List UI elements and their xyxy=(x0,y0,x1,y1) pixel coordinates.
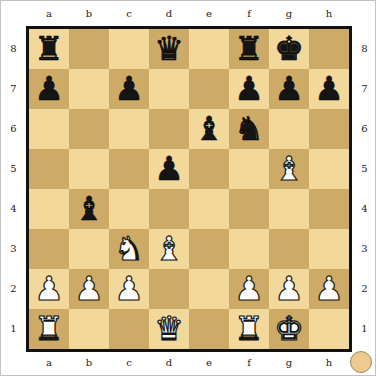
square-f7[interactable]: ♟ xyxy=(229,69,269,109)
piece-white-rook-f1[interactable]: ♜ xyxy=(229,309,269,349)
rank-label-5: 5 xyxy=(1,149,26,189)
rank-label-4: 4 xyxy=(352,189,376,229)
square-c5[interactable] xyxy=(109,149,149,189)
file-label-f: f xyxy=(229,351,269,375)
square-f2[interactable]: ♟ xyxy=(229,269,269,309)
square-f5[interactable] xyxy=(229,149,269,189)
file-labels-top: abcdefgh xyxy=(29,1,349,26)
piece-black-pawn-g7[interactable]: ♟ xyxy=(269,69,309,109)
square-e6[interactable]: ♝ xyxy=(189,109,229,149)
rank-label-5: 5 xyxy=(352,149,376,189)
file-label-e: e xyxy=(189,351,229,375)
piece-white-queen-d1[interactable]: ♛ xyxy=(149,309,189,349)
square-g1[interactable]: ♚ xyxy=(269,309,309,349)
file-label-b: b xyxy=(69,1,109,26)
square-d4[interactable] xyxy=(149,189,189,229)
piece-black-queen-d8[interactable]: ♛ xyxy=(149,29,189,69)
square-f4[interactable] xyxy=(229,189,269,229)
square-a1[interactable]: ♜ xyxy=(29,309,69,349)
rank-label-6: 6 xyxy=(352,109,376,149)
square-c8[interactable] xyxy=(109,29,149,69)
square-a2[interactable]: ♟ xyxy=(29,269,69,309)
square-d6[interactable] xyxy=(149,109,189,149)
square-b7[interactable] xyxy=(69,69,109,109)
square-h4[interactable] xyxy=(309,189,349,229)
square-h3[interactable] xyxy=(309,229,349,269)
square-a8[interactable]: ♜ xyxy=(29,29,69,69)
piece-black-bishop-b4[interactable]: ♝ xyxy=(69,189,109,229)
piece-black-king-g8[interactable]: ♚ xyxy=(269,29,309,69)
piece-black-pawn-c7[interactable]: ♟ xyxy=(109,69,149,109)
piece-white-pawn-h2[interactable]: ♟ xyxy=(309,269,349,309)
square-h8[interactable] xyxy=(309,29,349,69)
file-label-c: c xyxy=(109,1,149,26)
piece-white-pawn-g2[interactable]: ♟ xyxy=(269,269,309,309)
square-f1[interactable]: ♜ xyxy=(229,309,269,349)
square-c3[interactable]: ♞ xyxy=(109,229,149,269)
chess-diagram: abcdefgh 87654321 ♜♛♜♚♟♟♟♟♟♝♞♟♝♝♞♝♟♟♟♟♟♟… xyxy=(0,0,376,376)
square-g3[interactable] xyxy=(269,229,309,269)
rank-label-1: 1 xyxy=(352,309,376,349)
piece-black-pawn-d5[interactable]: ♟ xyxy=(149,149,189,189)
square-b1[interactable] xyxy=(69,309,109,349)
rank-label-6: 6 xyxy=(1,109,26,149)
square-g8[interactable]: ♚ xyxy=(269,29,309,69)
rank-label-3: 3 xyxy=(1,229,26,269)
square-a5[interactable] xyxy=(29,149,69,189)
square-h7[interactable]: ♟ xyxy=(309,69,349,109)
square-e4[interactable] xyxy=(189,189,229,229)
square-f3[interactable] xyxy=(229,229,269,269)
square-d8[interactable]: ♛ xyxy=(149,29,189,69)
square-d1[interactable]: ♛ xyxy=(149,309,189,349)
file-label-d: d xyxy=(149,1,189,26)
rank-label-1: 1 xyxy=(1,309,26,349)
square-a3[interactable] xyxy=(29,229,69,269)
rank-labels-right: 87654321 xyxy=(352,29,376,349)
square-g5[interactable]: ♝ xyxy=(269,149,309,189)
piece-white-bishop-d3[interactable]: ♝ xyxy=(149,229,189,269)
square-b4[interactable]: ♝ xyxy=(69,189,109,229)
square-c6[interactable] xyxy=(109,109,149,149)
square-b6[interactable] xyxy=(69,109,109,149)
rank-label-4: 4 xyxy=(1,189,26,229)
piece-white-king-g1[interactable]: ♚ xyxy=(269,309,309,349)
square-a4[interactable] xyxy=(29,189,69,229)
file-label-h: h xyxy=(309,1,349,26)
rank-label-8: 8 xyxy=(1,29,26,69)
square-c4[interactable] xyxy=(109,189,149,229)
file-label-g: g xyxy=(269,351,309,375)
file-label-d: d xyxy=(149,351,189,375)
piece-black-pawn-a7[interactable]: ♟ xyxy=(29,69,69,109)
rank-labels-left: 87654321 xyxy=(1,29,26,349)
rank-label-2: 2 xyxy=(352,269,376,309)
square-c2[interactable]: ♟ xyxy=(109,269,149,309)
square-h1[interactable] xyxy=(309,309,349,349)
square-e5[interactable] xyxy=(189,149,229,189)
square-e3[interactable] xyxy=(189,229,229,269)
piece-white-pawn-a2[interactable]: ♟ xyxy=(29,269,69,309)
square-h2[interactable]: ♟ xyxy=(309,269,349,309)
square-e7[interactable] xyxy=(189,69,229,109)
square-g4[interactable] xyxy=(269,189,309,229)
side-to-move-indicator xyxy=(350,351,372,373)
piece-black-rook-f8[interactable]: ♜ xyxy=(229,29,269,69)
file-label-c: c xyxy=(109,351,149,375)
square-a6[interactable] xyxy=(29,109,69,149)
square-d3[interactable]: ♝ xyxy=(149,229,189,269)
rank-label-7: 7 xyxy=(352,69,376,109)
square-f8[interactable]: ♜ xyxy=(229,29,269,69)
square-d2[interactable] xyxy=(149,269,189,309)
piece-white-knight-c3[interactable]: ♞ xyxy=(109,229,149,269)
square-a7[interactable]: ♟ xyxy=(29,69,69,109)
square-e1[interactable] xyxy=(189,309,229,349)
rank-label-2: 2 xyxy=(1,269,26,309)
piece-white-bishop-g5[interactable]: ♝ xyxy=(269,149,309,189)
square-h5[interactable] xyxy=(309,149,349,189)
square-b3[interactable] xyxy=(69,229,109,269)
file-label-e: e xyxy=(189,1,229,26)
rank-label-3: 3 xyxy=(352,229,376,269)
square-b5[interactable] xyxy=(69,149,109,189)
piece-black-pawn-f7[interactable]: ♟ xyxy=(229,69,269,109)
piece-black-pawn-h7[interactable]: ♟ xyxy=(309,69,349,109)
square-c1[interactable] xyxy=(109,309,149,349)
chess-board: ♜♛♜♚♟♟♟♟♟♝♞♟♝♝♞♝♟♟♟♟♟♟♜♛♜♚ xyxy=(26,26,352,352)
file-label-g: g xyxy=(269,1,309,26)
piece-black-rook-a8[interactable]: ♜ xyxy=(29,29,69,69)
file-label-h: h xyxy=(309,351,349,375)
square-b8[interactable] xyxy=(69,29,109,69)
square-d7[interactable] xyxy=(149,69,189,109)
square-g2[interactable]: ♟ xyxy=(269,269,309,309)
square-f6[interactable]: ♞ xyxy=(229,109,269,149)
square-g7[interactable]: ♟ xyxy=(269,69,309,109)
file-labels-bottom: abcdefgh xyxy=(29,351,349,375)
rank-label-7: 7 xyxy=(1,69,26,109)
square-b2[interactable]: ♟ xyxy=(69,269,109,309)
piece-white-rook-a1[interactable]: ♜ xyxy=(29,309,69,349)
square-e2[interactable] xyxy=(189,269,229,309)
rank-label-8: 8 xyxy=(352,29,376,69)
file-label-f: f xyxy=(229,1,269,26)
square-g6[interactable] xyxy=(269,109,309,149)
piece-white-pawn-c2[interactable]: ♟ xyxy=(109,269,149,309)
square-d5[interactable]: ♟ xyxy=(149,149,189,189)
file-label-b: b xyxy=(69,351,109,375)
board-grid: ♜♛♜♚♟♟♟♟♟♝♞♟♝♝♞♝♟♟♟♟♟♟♜♛♜♚ xyxy=(29,29,349,349)
square-e8[interactable] xyxy=(189,29,229,69)
file-label-a: a xyxy=(29,1,69,26)
piece-black-knight-f6[interactable]: ♞ xyxy=(229,109,269,149)
square-h6[interactable] xyxy=(309,109,349,149)
piece-white-pawn-f2[interactable]: ♟ xyxy=(229,269,269,309)
piece-white-pawn-b2[interactable]: ♟ xyxy=(69,269,109,309)
file-label-a: a xyxy=(29,351,69,375)
piece-black-bishop-e6[interactable]: ♝ xyxy=(189,109,229,149)
square-c7[interactable]: ♟ xyxy=(109,69,149,109)
